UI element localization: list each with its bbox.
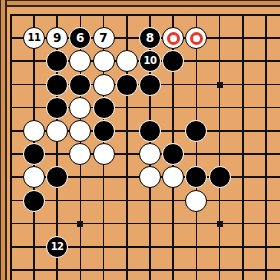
stone-black-c2r7 <box>23 143 45 165</box>
star-point <box>217 82 223 88</box>
stone-black-c4r4 <box>69 74 91 96</box>
stone-white-c5r3 <box>93 50 115 72</box>
move-number-label: 10 <box>143 56 156 66</box>
stone-white-c7r7 <box>139 143 161 165</box>
star-point <box>77 221 83 227</box>
stone-white-c5r7 <box>93 143 115 165</box>
circle-marker-icon <box>167 32 180 45</box>
stone-white-c5r4 <box>93 74 115 96</box>
stone-white-c3r6 <box>46 120 68 142</box>
stone-white-c9r9 <box>185 190 207 212</box>
stone-black-c3r4 <box>46 74 68 96</box>
board-frame-top <box>0 0 280 7</box>
stone-black-c3r5 <box>46 97 68 119</box>
board-frame-left <box>0 0 7 280</box>
stone-black-c7r6 <box>139 120 161 142</box>
go-diagram: 1196781012 <box>0 0 280 280</box>
move-number-label: 7 <box>99 32 107 44</box>
stone-white-c4r5 <box>69 97 91 119</box>
star-point <box>217 221 223 227</box>
stone-white-c5r2: 7 <box>93 27 115 49</box>
stone-black-c7r4 <box>139 74 161 96</box>
move-number-label: 9 <box>53 32 61 44</box>
stone-black-c10r8 <box>209 166 231 188</box>
stone-black-c5r5 <box>93 97 115 119</box>
stone-black-c6r4 <box>116 74 138 96</box>
move-number-label: 6 <box>76 32 84 44</box>
move-number-label: 8 <box>146 32 154 44</box>
move-number-label: 12 <box>51 242 64 252</box>
stone-black-c7r2: 8 <box>139 27 161 49</box>
stone-black-c3r11: 12 <box>46 236 68 258</box>
circle-marker-icon <box>190 32 203 45</box>
stone-black-c5r6 <box>93 120 115 142</box>
stone-black-c2r9 <box>23 190 45 212</box>
stone-white-c2r2: 11 <box>23 27 45 49</box>
stone-white-c2r6 <box>23 120 45 142</box>
move-number-label: 11 <box>27 33 40 43</box>
stone-white-c6r3 <box>116 50 138 72</box>
